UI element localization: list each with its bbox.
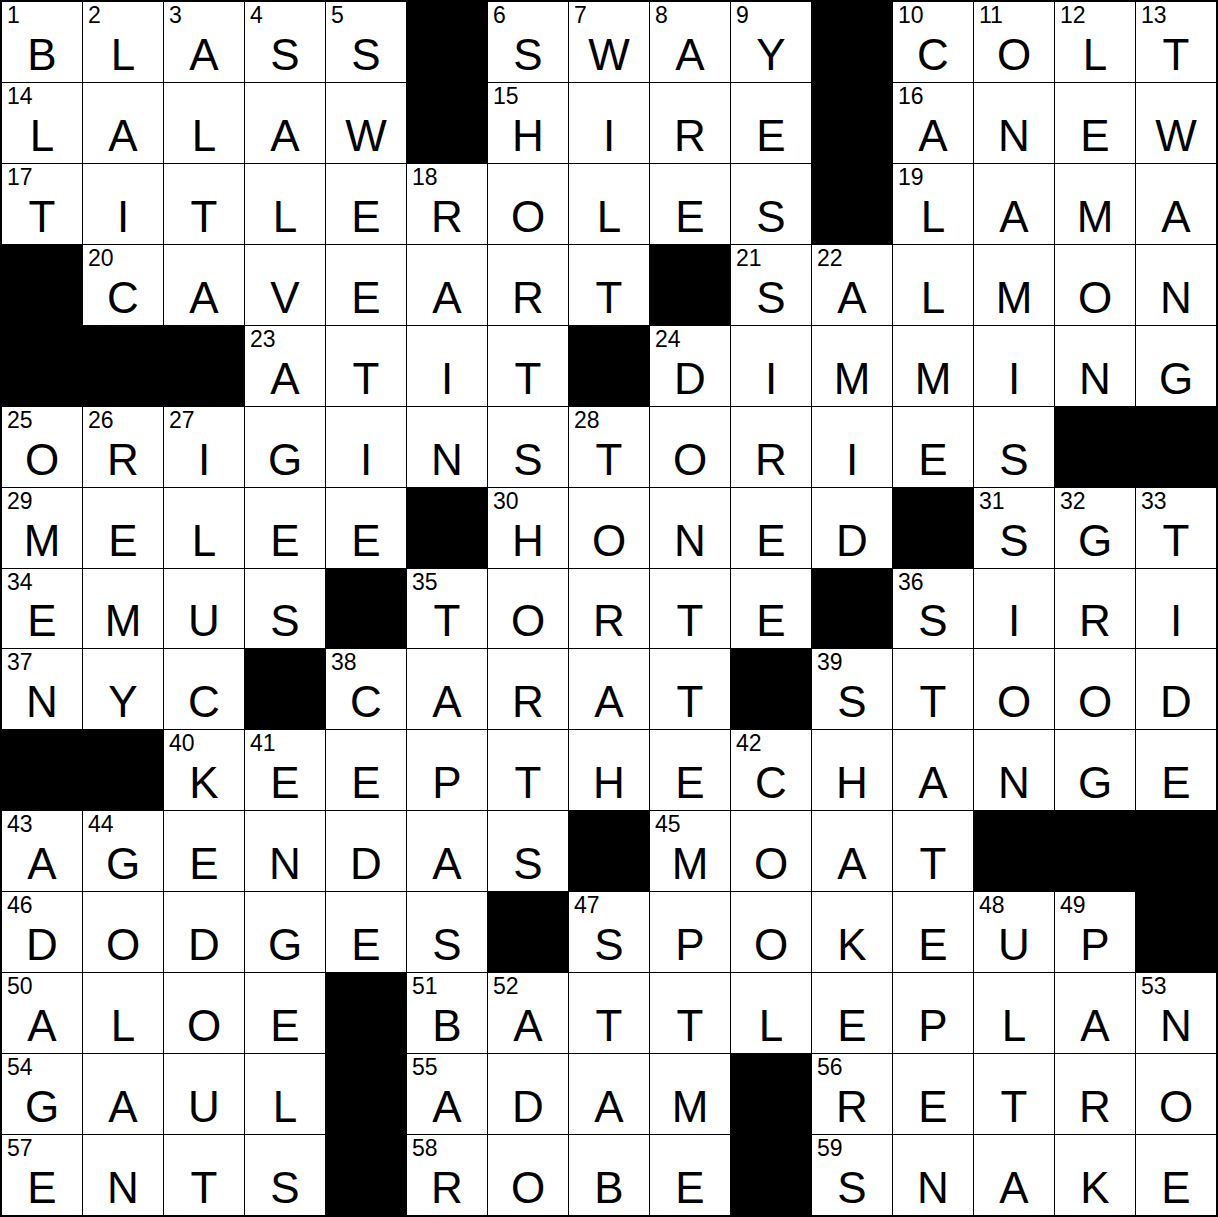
cell-letter: E — [2, 599, 82, 643]
cell-r7c1[interactable]: 29M — [2, 488, 82, 568]
black-cell-r12c7 — [488, 892, 568, 972]
cell-r10c10[interactable]: 42C — [731, 730, 811, 810]
cell-letter: G — [83, 842, 163, 886]
cell-letter: O — [83, 923, 163, 967]
cell-r8c6[interactable]: 35T — [407, 569, 487, 649]
cell-r15c9[interactable]: E — [650, 1135, 730, 1215]
cell-r13c3[interactable]: O — [164, 973, 244, 1053]
cell-r14c9[interactable]: M — [650, 1054, 730, 1134]
cell-r13c14[interactable]: A — [1055, 973, 1135, 1053]
cell-r8c7[interactable]: O — [488, 569, 568, 649]
cell-letter: A — [2, 842, 82, 886]
black-cell-r8c5 — [326, 569, 406, 649]
cell-letter: L — [83, 1004, 163, 1048]
cell-r10c13[interactable]: N — [974, 730, 1054, 810]
cell-letter: I — [974, 599, 1054, 643]
cell-letter: T — [2, 195, 82, 239]
cell-r3c10[interactable]: S — [731, 164, 811, 244]
cell-letter: A — [407, 842, 487, 886]
cell-letter: T — [488, 357, 568, 401]
cell-r2c10[interactable]: E — [731, 83, 811, 163]
cell-r10c9[interactable]: E — [650, 730, 730, 810]
cell-r6c6[interactable]: N — [407, 407, 487, 487]
cell-letter: S — [893, 599, 973, 643]
clue-number: 38 — [331, 651, 357, 674]
cell-r9c14[interactable]: O — [1055, 649, 1135, 729]
cell-r6c2[interactable]: 26R — [83, 407, 163, 487]
cell-r10c3[interactable]: 40K — [164, 730, 244, 810]
clue-number: 43 — [7, 813, 33, 836]
cell-r15c12[interactable]: N — [893, 1135, 973, 1215]
cell-r3c15[interactable]: A — [1136, 164, 1216, 244]
cell-letter: C — [731, 761, 811, 805]
cell-r4c2[interactable]: 20C — [83, 245, 163, 325]
clue-number: 24 — [655, 328, 681, 351]
cell-r13c9[interactable]: T — [650, 973, 730, 1053]
cell-r2c3[interactable]: L — [164, 83, 244, 163]
cell-letter: M — [812, 357, 892, 401]
cell-r13c6[interactable]: 51B — [407, 973, 487, 1053]
cell-letter: M — [974, 276, 1054, 320]
cell-r10c7[interactable]: T — [488, 730, 568, 810]
cell-letter: T — [974, 1085, 1054, 1129]
cell-r7c15[interactable]: 33T — [1136, 488, 1216, 568]
cell-r11c9[interactable]: 45M — [650, 811, 730, 891]
clue-number: 29 — [7, 490, 33, 513]
cell-r12c3[interactable]: D — [164, 892, 244, 972]
cell-r15c15[interactable]: E — [1136, 1135, 1216, 1215]
cell-r1c8[interactable]: 7W — [569, 2, 649, 82]
cell-r2c9[interactable]: R — [650, 83, 730, 163]
cell-letter: N — [1136, 1004, 1216, 1048]
cell-r14c12[interactable]: E — [893, 1054, 973, 1134]
cell-letter: I — [974, 357, 1054, 401]
cell-letter: H — [488, 114, 568, 158]
cell-letter: Y — [83, 680, 163, 724]
cell-r15c6[interactable]: 58R — [407, 1135, 487, 1215]
cell-r14c8[interactable]: A — [569, 1054, 649, 1134]
cell-r3c2[interactable]: I — [83, 164, 163, 244]
cell-letter: O — [1055, 680, 1135, 724]
cell-r3c9[interactable]: E — [650, 164, 730, 244]
cell-letter: T — [650, 599, 730, 643]
cell-letter: O — [488, 599, 568, 643]
cell-letter: E — [326, 923, 406, 967]
cell-letter: K — [812, 923, 892, 967]
cell-r9c1[interactable]: 37N — [2, 649, 82, 729]
cell-letter: S — [488, 842, 568, 886]
cell-r1c13[interactable]: 11O — [974, 2, 1054, 82]
cell-r7c14[interactable]: 32G — [1055, 488, 1135, 568]
cell-r7c13[interactable]: 31S — [974, 488, 1054, 568]
black-cell-r5c1 — [2, 326, 82, 406]
cell-r7c2[interactable]: E — [83, 488, 163, 568]
cell-r10c4[interactable]: 41E — [245, 730, 325, 810]
cell-r10c8[interactable]: H — [569, 730, 649, 810]
cell-r12c2[interactable]: O — [83, 892, 163, 972]
cell-r15c13[interactable]: A — [974, 1135, 1054, 1215]
cell-r1c10[interactable]: 9Y — [731, 2, 811, 82]
cell-r9c5[interactable]: 38C — [326, 649, 406, 729]
cell-r8c4[interactable]: S — [245, 569, 325, 649]
cell-r6c10[interactable]: R — [731, 407, 811, 487]
cell-r6c8[interactable]: 28T — [569, 407, 649, 487]
cell-r11c6[interactable]: A — [407, 811, 487, 891]
black-cell-r14c5 — [326, 1054, 406, 1134]
cell-letter: T — [893, 842, 973, 886]
cell-letter: A — [650, 33, 730, 77]
cell-letter: N — [974, 114, 1054, 158]
cell-r4c12[interactable]: L — [893, 245, 973, 325]
cell-r4c6[interactable]: A — [407, 245, 487, 325]
cell-r15c2[interactable]: N — [83, 1135, 163, 1215]
cell-r1c15[interactable]: 13T — [1136, 2, 1216, 82]
cell-r1c5[interactable]: 5S — [326, 2, 406, 82]
cell-r3c8[interactable]: L — [569, 164, 649, 244]
cell-letter: A — [1136, 195, 1216, 239]
cell-r11c7[interactable]: S — [488, 811, 568, 891]
cell-r6c5[interactable]: I — [326, 407, 406, 487]
cell-letter: L — [245, 1085, 325, 1129]
cell-r1c14[interactable]: 12L — [1055, 2, 1135, 82]
cell-r2c7[interactable]: 15H — [488, 83, 568, 163]
clue-number: 58 — [412, 1137, 438, 1160]
cell-r13c13[interactable]: L — [974, 973, 1054, 1053]
cell-letter: W — [1136, 114, 1216, 158]
cell-r6c7[interactable]: S — [488, 407, 568, 487]
cell-letter: L — [2, 114, 82, 158]
cell-r9c7[interactable]: R — [488, 649, 568, 729]
cell-r12c11[interactable]: K — [812, 892, 892, 972]
cell-r4c8[interactable]: T — [569, 245, 649, 325]
cell-letter: A — [893, 761, 973, 805]
cell-r10c5[interactable]: E — [326, 730, 406, 810]
cell-letter: G — [2, 1085, 82, 1129]
cell-r8c2[interactable]: M — [83, 569, 163, 649]
cell-letter: R — [812, 1085, 892, 1129]
cell-letter: L — [83, 33, 163, 77]
cell-r11c5[interactable]: D — [326, 811, 406, 891]
cell-r5c10[interactable]: I — [731, 326, 811, 406]
cell-r13c11[interactable]: E — [812, 973, 892, 1053]
cell-r7c10[interactable]: E — [731, 488, 811, 568]
cell-r4c13[interactable]: M — [974, 245, 1054, 325]
cell-letter: U — [164, 1085, 244, 1129]
cell-r3c14[interactable]: M — [1055, 164, 1135, 244]
clue-number: 34 — [7, 571, 33, 594]
cell-r14c13[interactable]: T — [974, 1054, 1054, 1134]
cell-r2c13[interactable]: N — [974, 83, 1054, 163]
black-cell-r10c1 — [2, 730, 82, 810]
cell-r11c3[interactable]: E — [164, 811, 244, 891]
clue-number: 51 — [412, 975, 438, 998]
cell-r8c14[interactable]: R — [1055, 569, 1135, 649]
clue-number: 40 — [169, 732, 195, 755]
cell-r5c13[interactable]: I — [974, 326, 1054, 406]
cell-letter: R — [407, 1166, 487, 1210]
cell-r5c14[interactable]: N — [1055, 326, 1135, 406]
cell-r12c12[interactable]: E — [893, 892, 973, 972]
cell-letter: E — [326, 761, 406, 805]
clue-number: 13 — [1141, 4, 1167, 27]
cell-r13c10[interactable]: L — [731, 973, 811, 1053]
clue-number: 50 — [7, 975, 33, 998]
cell-r5c5[interactable]: T — [326, 326, 406, 406]
cell-r2c4[interactable]: A — [245, 83, 325, 163]
cell-r15c8[interactable]: B — [569, 1135, 649, 1215]
cell-r11c4[interactable]: N — [245, 811, 325, 891]
cell-r9c8[interactable]: A — [569, 649, 649, 729]
cell-letter: A — [83, 114, 163, 158]
cell-r14c14[interactable]: R — [1055, 1054, 1135, 1134]
cell-r10c12[interactable]: A — [893, 730, 973, 810]
clue-number: 55 — [412, 1056, 438, 1079]
cell-r1c1[interactable]: 1B — [2, 2, 82, 82]
cell-r7c5[interactable]: E — [326, 488, 406, 568]
cell-r2c12[interactable]: 16A — [893, 83, 973, 163]
cell-r9c12[interactable]: T — [893, 649, 973, 729]
cell-r5c12[interactable]: M — [893, 326, 973, 406]
cell-r1c2[interactable]: 2L — [83, 2, 163, 82]
cell-letter: A — [488, 1004, 568, 1048]
cell-r12c5[interactable]: E — [326, 892, 406, 972]
cell-r5c11[interactable]: M — [812, 326, 892, 406]
cell-r14c3[interactable]: U — [164, 1054, 244, 1134]
cell-r6c9[interactable]: O — [650, 407, 730, 487]
clue-number: 31 — [979, 490, 1005, 513]
cell-r5c4[interactable]: 23A — [245, 326, 325, 406]
cell-r10c15[interactable]: E — [1136, 730, 1216, 810]
cell-r3c12[interactable]: 19L — [893, 164, 973, 244]
cell-r8c8[interactable]: R — [569, 569, 649, 649]
cell-letter: N — [1055, 357, 1135, 401]
cell-r6c11[interactable]: I — [812, 407, 892, 487]
cell-letter: O — [2, 438, 82, 482]
cell-r14c1[interactable]: 54G — [2, 1054, 82, 1134]
cell-r13c8[interactable]: T — [569, 973, 649, 1053]
cell-letter: D — [488, 1085, 568, 1129]
cell-r15c11[interactable]: 59S — [812, 1135, 892, 1215]
cell-r12c4[interactable]: G — [245, 892, 325, 972]
cell-r13c15[interactable]: 53N — [1136, 973, 1216, 1053]
cell-r9c11[interactable]: 39S — [812, 649, 892, 729]
cell-letter: O — [164, 1004, 244, 1048]
cell-r15c1[interactable]: 57E — [2, 1135, 82, 1215]
cell-r3c1[interactable]: 17T — [2, 164, 82, 244]
cell-letter: S — [245, 599, 325, 643]
cell-r2c8[interactable]: I — [569, 83, 649, 163]
cell-r4c11[interactable]: 22A — [812, 245, 892, 325]
cell-r6c13[interactable]: S — [974, 407, 1054, 487]
cell-r13c1[interactable]: 50A — [2, 973, 82, 1053]
cell-letter: G — [245, 923, 325, 967]
cell-r1c3[interactable]: 3A — [164, 2, 244, 82]
cell-r10c14[interactable]: G — [1055, 730, 1135, 810]
black-cell-r7c12 — [893, 488, 973, 568]
cell-r13c12[interactable]: P — [893, 973, 973, 1053]
cell-r4c7[interactable]: R — [488, 245, 568, 325]
cell-r12c6[interactable]: S — [407, 892, 487, 972]
cell-r2c5[interactable]: W — [326, 83, 406, 163]
cell-r9c6[interactable]: A — [407, 649, 487, 729]
cell-r3c5[interactable]: E — [326, 164, 406, 244]
cell-r6c3[interactable]: 27I — [164, 407, 244, 487]
cell-r11c11[interactable]: A — [812, 811, 892, 891]
cell-letter: W — [569, 33, 649, 77]
cell-r2c1[interactable]: 14L — [2, 83, 82, 163]
cell-r8c1[interactable]: 34E — [2, 569, 82, 649]
black-cell-r4c9 — [650, 245, 730, 325]
cell-r7c7[interactable]: 30H — [488, 488, 568, 568]
cell-r15c3[interactable]: T — [164, 1135, 244, 1215]
cell-r8c12[interactable]: 36S — [893, 569, 973, 649]
cell-r12c8[interactable]: 47S — [569, 892, 649, 972]
cell-r13c4[interactable]: E — [245, 973, 325, 1053]
cell-r8c3[interactable]: U — [164, 569, 244, 649]
cell-r1c9[interactable]: 8A — [650, 2, 730, 82]
cell-r5c6[interactable]: I — [407, 326, 487, 406]
cell-r3c7[interactable]: O — [488, 164, 568, 244]
cell-r7c4[interactable]: E — [245, 488, 325, 568]
cell-r8c13[interactable]: I — [974, 569, 1054, 649]
cell-r7c11[interactable]: D — [812, 488, 892, 568]
cell-r1c7[interactable]: 6S — [488, 2, 568, 82]
cell-r15c4[interactable]: S — [245, 1135, 325, 1215]
cell-letter: K — [1055, 1166, 1135, 1210]
cell-letter: C — [893, 33, 973, 77]
cell-r7c3[interactable]: L — [164, 488, 244, 568]
cell-r1c4[interactable]: 4S — [245, 2, 325, 82]
cell-r4c14[interactable]: O — [1055, 245, 1135, 325]
clue-number: 54 — [7, 1056, 33, 1079]
cell-r2c15[interactable]: W — [1136, 83, 1216, 163]
cell-r14c7[interactable]: D — [488, 1054, 568, 1134]
clue-number: 47 — [574, 894, 600, 917]
cell-letter: B — [407, 1004, 487, 1048]
cell-letter: E — [1055, 114, 1135, 158]
cell-r2c2[interactable]: A — [83, 83, 163, 163]
cell-letter: P — [407, 761, 487, 805]
cell-r9c13[interactable]: O — [974, 649, 1054, 729]
cell-letter: T — [164, 195, 244, 239]
cell-letter: S — [731, 276, 811, 320]
cell-letter: R — [407, 195, 487, 239]
cell-r12c1[interactable]: 46D — [2, 892, 82, 972]
cell-r15c7[interactable]: O — [488, 1135, 568, 1215]
cell-r8c9[interactable]: T — [650, 569, 730, 649]
black-cell-r7c6 — [407, 488, 487, 568]
cell-letter: R — [1055, 599, 1135, 643]
cell-r6c1[interactable]: 25O — [2, 407, 82, 487]
cell-letter: M — [1055, 195, 1135, 239]
cell-letter: T — [1136, 33, 1216, 77]
cell-r4c15[interactable]: N — [1136, 245, 1216, 325]
cell-letter: E — [83, 519, 163, 563]
cell-r4c5[interactable]: E — [326, 245, 406, 325]
cell-r11c12[interactable]: T — [893, 811, 973, 891]
cell-r14c15[interactable]: O — [1136, 1054, 1216, 1134]
black-cell-r11c8 — [569, 811, 649, 891]
clue-number: 6 — [493, 4, 506, 27]
clue-number: 46 — [7, 894, 33, 917]
cell-r12c14[interactable]: 49P — [1055, 892, 1135, 972]
cell-letter: G — [245, 438, 325, 482]
cell-letter: N — [974, 761, 1054, 805]
cell-letter: S — [812, 680, 892, 724]
cell-r3c6[interactable]: 18R — [407, 164, 487, 244]
cell-r3c13[interactable]: A — [974, 164, 1054, 244]
cell-letter: N — [2, 680, 82, 724]
cell-r8c10[interactable]: E — [731, 569, 811, 649]
cell-r4c3[interactable]: A — [164, 245, 244, 325]
cell-letter: H — [812, 761, 892, 805]
cell-r5c9[interactable]: 24D — [650, 326, 730, 406]
cell-r4c10[interactable]: 21S — [731, 245, 811, 325]
cell-r3c4[interactable]: L — [245, 164, 325, 244]
cell-r12c9[interactable]: P — [650, 892, 730, 972]
cell-letter: T — [569, 438, 649, 482]
cell-r6c12[interactable]: E — [893, 407, 973, 487]
cell-r2c14[interactable]: E — [1055, 83, 1135, 163]
cell-r9c3[interactable]: C — [164, 649, 244, 729]
cell-r14c11[interactable]: 56R — [812, 1054, 892, 1134]
cell-r11c2[interactable]: 44G — [83, 811, 163, 891]
black-cell-r1c11 — [812, 2, 892, 82]
cell-r9c9[interactable]: T — [650, 649, 730, 729]
cell-r13c2[interactable]: L — [83, 973, 163, 1053]
cell-r7c9[interactable]: N — [650, 488, 730, 568]
cell-letter: N — [650, 519, 730, 563]
cell-letter: I — [164, 438, 244, 482]
cell-r13c7[interactable]: 52A — [488, 973, 568, 1053]
cell-letter: C — [326, 680, 406, 724]
clue-number: 1 — [7, 4, 20, 27]
cell-r4c4[interactable]: V — [245, 245, 325, 325]
cell-r14c4[interactable]: L — [245, 1054, 325, 1134]
cell-r12c13[interactable]: 48U — [974, 892, 1054, 972]
cell-letter: S — [245, 1166, 325, 1210]
cell-r11c10[interactable]: O — [731, 811, 811, 891]
cell-r5c15[interactable]: G — [1136, 326, 1216, 406]
cell-r9c2[interactable]: Y — [83, 649, 163, 729]
cell-r10c11[interactable]: H — [812, 730, 892, 810]
cell-r14c6[interactable]: 55A — [407, 1054, 487, 1134]
cell-r9c15[interactable]: D — [1136, 649, 1216, 729]
cell-r10c6[interactable]: P — [407, 730, 487, 810]
cell-r11c1[interactable]: 43A — [2, 811, 82, 891]
cell-letter: E — [245, 761, 325, 805]
clue-number: 41 — [250, 732, 276, 755]
cell-letter: K — [164, 761, 244, 805]
cell-r5c7[interactable]: T — [488, 326, 568, 406]
cell-letter: I — [569, 114, 649, 158]
cell-letter: D — [812, 519, 892, 563]
cell-letter: A — [245, 114, 325, 158]
cell-letter: A — [245, 357, 325, 401]
cell-r1c12[interactable]: 10C — [893, 2, 973, 82]
cell-r12c10[interactable]: O — [731, 892, 811, 972]
cell-letter: A — [2, 1004, 82, 1048]
cell-letter: N — [245, 842, 325, 886]
cell-r7c8[interactable]: O — [569, 488, 649, 568]
cell-r14c2[interactable]: A — [83, 1054, 163, 1134]
cell-letter: E — [245, 519, 325, 563]
cell-letter: R — [1055, 1085, 1135, 1129]
cell-r6c4[interactable]: G — [245, 407, 325, 487]
cell-r8c15[interactable]: I — [1136, 569, 1216, 649]
cell-r15c14[interactable]: K — [1055, 1135, 1135, 1215]
cell-r3c3[interactable]: T — [164, 164, 244, 244]
